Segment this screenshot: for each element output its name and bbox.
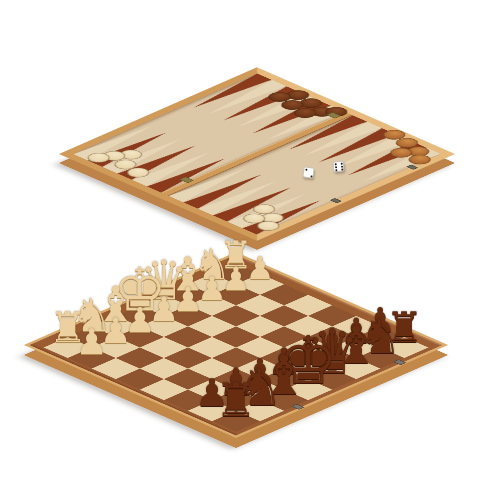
product-photo-scene: ♜♞♝♛♚♝♞♜♟♟♟♟♟♟♟♟♟♟♟♟♟♟♟♟♜♞♝♛♚♝♞♜	[0, 0, 500, 500]
chess-piece-black-rook: ♜	[215, 377, 257, 424]
chess-board: ♜♞♝♛♚♝♞♜♟♟♟♟♟♟♟♟♟♟♟♟♟♟♟♟♜♞♝♛♚♝♞♜	[0, 0, 500, 500]
chess-piece-white-pawn: ♟	[76, 323, 108, 359]
chess-pieces-layer: ♜♞♝♛♚♝♞♜♟♟♟♟♟♟♟♟♟♟♟♟♟♟♟♟♜♞♝♛♚♝♞♜	[0, 0, 500, 500]
